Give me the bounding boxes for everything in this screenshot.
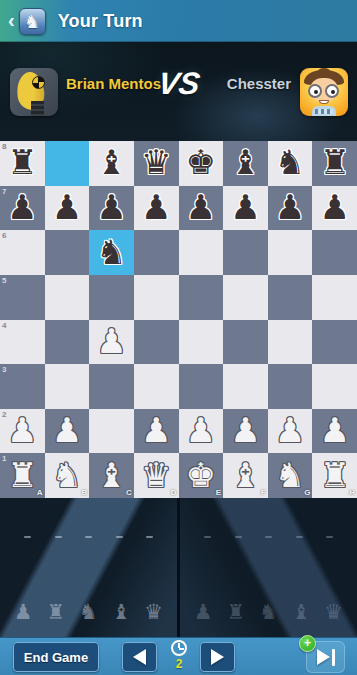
end-game-label: End Game [24,650,88,665]
piece-white-bishop: ♝ [230,458,260,492]
piece-white-pawn: ♟ [230,413,260,447]
square-a2[interactable]: 2♟ [0,409,45,454]
rank-label-8: 8 [2,142,6,151]
skip-to-latest-icon [317,649,330,665]
square-b4[interactable] [45,320,90,365]
crash-dummy-neck [31,101,44,116]
piece-white-pawn: ♟ [141,413,171,447]
rank-label-2: 2 [2,410,6,419]
piece-white-pawn: ♟ [96,324,126,358]
square-d1[interactable]: D♛ [134,453,179,498]
square-c8[interactable]: ♝ [89,141,134,186]
square-c1[interactable]: C♝ [89,453,134,498]
capture-slot-dash [265,536,272,538]
piece-black-king: ♚ [186,145,216,179]
move-counter: 2 [165,657,193,671]
rank-label-7: 7 [2,187,6,196]
square-h7[interactable]: ♟ [312,186,357,231]
piece-white-bishop: ♝ [96,458,126,492]
piece-black-pawn: ♟ [141,190,171,224]
square-b1[interactable]: B♞ [45,453,90,498]
chesster-shirt [312,106,336,116]
end-game-button[interactable]: End Game [13,642,99,672]
ghost-queen-icon: ♛ [144,602,163,623]
back-icon[interactable]: ‹ [8,9,15,32]
square-h2[interactable]: ♟ [312,409,357,454]
rank-label-4: 4 [2,321,6,330]
square-a6[interactable]: 6 [0,230,45,275]
piece-black-pawn: ♟ [7,190,37,224]
square-a4[interactable]: 4 [0,320,45,365]
square-g7[interactable]: ♟ [268,186,313,231]
piece-black-bishop: ♝ [230,145,260,179]
square-f5[interactable] [223,275,268,320]
square-b7[interactable]: ♟ [45,186,90,231]
chesster-glasses-right [325,84,339,98]
piece-black-knight: ♞ [275,145,305,179]
piece-black-bishop: ♝ [96,145,126,179]
square-b2[interactable]: ♟ [45,409,90,454]
vs-label: VS [155,66,201,102]
rank-label-5: 5 [2,276,6,285]
piece-white-knight: ♞ [52,458,82,492]
file-label-g: G [304,488,310,497]
black-player-avatar[interactable] [300,68,348,116]
square-c5[interactable] [89,275,134,320]
piece-black-pawn: ♟ [96,190,126,224]
piece-black-rook: ♜ [7,145,37,179]
capture-slot-dash [146,536,153,538]
square-d8[interactable]: ♛ [134,141,179,186]
square-a5[interactable]: 5 [0,275,45,320]
square-b3[interactable] [45,364,90,409]
square-c7[interactable]: ♟ [89,186,134,231]
square-a7[interactable]: 7♟ [0,186,45,231]
capture-slot-dash [116,536,123,538]
header-bar: ‹ ♞ Your Turn [0,0,357,42]
ghost-knight-icon: ♞ [259,602,278,623]
file-label-d: D [171,488,177,497]
file-label-c: C [126,488,132,497]
square-c4[interactable]: ♟ [89,320,134,365]
skip-to-latest-button[interactable]: + [306,641,345,673]
piece-white-knight: ♞ [275,458,305,492]
square-a8[interactable]: 8♜ [0,141,45,186]
ghost-pawn-icon: ♟ [14,602,33,623]
square-h3[interactable] [312,364,357,409]
piece-white-rook: ♜ [7,458,37,492]
previous-move-icon [133,649,146,665]
capture-placeholder-pieces: ♟♜♞♝♛ [180,602,357,623]
piece-white-pawn: ♟ [186,413,216,447]
piece-black-knight: ♞ [96,235,126,269]
capture-slot-dash [85,536,92,538]
square-a1[interactable]: 1A♜ [0,453,45,498]
capture-slots-dashes [180,536,357,538]
square-h6[interactable] [312,230,357,275]
square-g4[interactable] [268,320,313,365]
piece-white-pawn: ♟ [319,413,349,447]
piece-black-pawn: ♟ [319,190,349,224]
piece-black-queen: ♛ [141,145,171,179]
piece-black-pawn: ♟ [230,190,260,224]
file-label-f: F [261,488,266,497]
square-g8[interactable]: ♞ [268,141,313,186]
piece-white-rook: ♜ [319,458,349,492]
rank-label-1: 1 [2,454,6,463]
capture-slot-dash [55,536,62,538]
square-e7[interactable]: ♟ [179,186,224,231]
white-player-name: Brian Mentos [66,75,161,92]
ghost-knight-icon: ♞ [79,602,98,623]
square-b8[interactable] [45,141,90,186]
square-b6[interactable] [45,230,90,275]
square-e5[interactable] [179,275,224,320]
square-g5[interactable] [268,275,313,320]
white-player-avatar[interactable] [10,68,58,116]
square-e1[interactable]: E♚ [179,453,224,498]
piece-black-rook: ♜ [319,145,349,179]
chess-board: 8♜♝♛♚♝♞♜7♟♟♟♟♟♟♟♟6♞54♟32♟♟♟♟♟♟♟1A♜B♞C♝D♛… [0,141,357,498]
square-f2[interactable]: ♟ [223,409,268,454]
capture-slot-dash [296,536,303,538]
square-e8[interactable]: ♚ [179,141,224,186]
ghost-rook-icon: ♜ [226,602,245,623]
captured-tray-white: ♟♜♞♝♛ [0,498,177,637]
piece-white-queen: ♛ [141,458,171,492]
square-f8[interactable]: ♝ [223,141,268,186]
chesster-mouth [319,100,329,104]
piece-white-pawn: ♟ [52,413,82,447]
clock-icon [171,640,187,656]
square-f1[interactable]: F♝ [223,453,268,498]
square-c6[interactable]: ♞ [89,230,134,275]
piece-white-king: ♚ [186,458,216,492]
move-clock: 2 [165,640,193,671]
square-e3[interactable] [179,364,224,409]
square-d6[interactable] [134,230,179,275]
rank-label-3: 3 [2,365,6,374]
ghost-bishop-icon: ♝ [112,602,131,623]
square-e2[interactable]: ♟ [179,409,224,454]
square-h5[interactable] [312,275,357,320]
piece-black-pawn: ♟ [52,190,82,224]
square-g2[interactable]: ♟ [268,409,313,454]
square-f3[interactable] [223,364,268,409]
piece-white-pawn: ♟ [275,413,305,447]
square-h8[interactable]: ♜ [312,141,357,186]
square-h1[interactable]: H♜ [312,453,357,498]
bottom-action-bar: End Game 2 + [0,637,357,675]
next-move-button[interactable] [200,642,235,672]
chesster-glasses-left [308,84,322,98]
next-move-icon [211,649,224,665]
square-c3[interactable] [89,364,134,409]
square-d7[interactable]: ♟ [134,186,179,231]
ghost-bishop-icon: ♝ [292,602,311,623]
square-b5[interactable] [45,275,90,320]
file-label-b: B [81,488,87,497]
square-d5[interactable] [134,275,179,320]
crash-dummy-symbol [32,76,45,89]
square-f7[interactable]: ♟ [223,186,268,231]
square-c2[interactable] [89,409,134,454]
capture-slot-dash [24,536,31,538]
capture-slots-dashes [0,536,177,538]
players-strip: Brian Mentos VS Chesster [0,42,357,141]
square-g1[interactable]: G♞ [268,453,313,498]
knight-badge-icon: ♞ [19,8,46,35]
capture-slot-dash [235,536,242,538]
ghost-pawn-icon: ♟ [194,602,213,623]
square-e6[interactable] [179,230,224,275]
chess-app: ‹ ♞ Your Turn Brian Mentos VS Chesster 8… [0,0,357,675]
ghost-rook-icon: ♜ [46,602,65,623]
piece-white-pawn: ♟ [7,413,37,447]
previous-move-button[interactable] [122,642,157,672]
ghost-queen-icon: ♛ [324,602,343,623]
square-d4[interactable] [134,320,179,365]
square-d2[interactable]: ♟ [134,409,179,454]
captured-trays: ♟♜♞♝♛ ♟♜♞♝♛ [0,498,357,637]
square-h4[interactable] [312,320,357,365]
square-g3[interactable] [268,364,313,409]
square-e4[interactable] [179,320,224,365]
piece-black-pawn: ♟ [186,190,216,224]
file-label-a: A [37,488,43,497]
square-f4[interactable] [223,320,268,365]
turn-status-title: Your Turn [58,11,143,32]
square-f6[interactable] [223,230,268,275]
rank-label-6: 6 [2,231,6,240]
capture-slot-dash [326,536,333,538]
plus-badge-icon[interactable]: + [299,635,316,652]
black-player-name: Chesster [227,75,291,92]
file-label-h: H [349,488,355,497]
square-a3[interactable]: 3 [0,364,45,409]
capture-slot-dash [204,536,211,538]
square-d3[interactable] [134,364,179,409]
square-g6[interactable] [268,230,313,275]
capture-placeholder-pieces: ♟♜♞♝♛ [0,602,177,623]
file-label-e: E [216,488,221,497]
piece-black-pawn: ♟ [275,190,305,224]
captured-tray-black: ♟♜♞♝♛ [180,498,357,637]
